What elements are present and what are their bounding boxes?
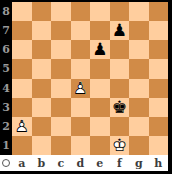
rank-label-2: 2 [0, 117, 12, 136]
file-label-f: f [110, 155, 130, 171]
square-f4[interactable] [110, 79, 130, 98]
chess-diagram: 87654321 ♟♟♟♙♚♟♙♚♔ abcdefgh [0, 0, 172, 174]
square-c2[interactable] [51, 117, 71, 136]
square-a1[interactable] [12, 136, 32, 155]
square-b2[interactable] [32, 117, 52, 136]
square-d8[interactable] [71, 2, 91, 21]
square-g1[interactable] [129, 136, 149, 155]
square-h3[interactable] [149, 98, 169, 117]
square-e5[interactable] [90, 59, 110, 78]
white-pawn-d4: ♙ [71, 79, 91, 98]
rank-labels: 87654321 [0, 2, 12, 155]
square-e8[interactable] [90, 2, 110, 21]
square-a3[interactable] [12, 98, 32, 117]
square-g8[interactable] [129, 2, 149, 21]
square-d4[interactable]: ♟♙ [71, 79, 91, 98]
rank-label-8: 8 [0, 2, 12, 21]
file-label-b: b [32, 155, 52, 171]
square-h4[interactable] [149, 79, 169, 98]
black-pawn-e6: ♟ [90, 40, 110, 59]
square-g4[interactable] [129, 79, 149, 98]
square-c6[interactable] [51, 40, 71, 59]
square-b7[interactable] [32, 21, 52, 40]
square-b5[interactable] [32, 59, 52, 78]
square-c5[interactable] [51, 59, 71, 78]
square-a2[interactable]: ♟♙ [12, 117, 32, 136]
square-a8[interactable] [12, 2, 32, 21]
rank-label-6: 6 [0, 40, 12, 59]
file-label-e: e [90, 155, 110, 171]
square-d5[interactable] [71, 59, 91, 78]
square-d3[interactable] [71, 98, 91, 117]
white-to-move-circle-icon [2, 159, 10, 167]
square-f8[interactable] [110, 2, 130, 21]
square-c7[interactable] [51, 21, 71, 40]
file-label-d: d [71, 155, 91, 171]
square-a6[interactable] [12, 40, 32, 59]
square-f1[interactable]: ♚♔ [110, 136, 130, 155]
square-b6[interactable] [32, 40, 52, 59]
square-e7[interactable] [90, 21, 110, 40]
square-h1[interactable] [149, 136, 169, 155]
square-c4[interactable] [51, 79, 71, 98]
square-h8[interactable] [149, 2, 169, 21]
square-c8[interactable] [51, 2, 71, 21]
file-label-g: g [129, 155, 149, 171]
chess-board: ♟♟♟♙♚♟♙♚♔ [12, 2, 168, 155]
file-label-a: a [12, 155, 32, 171]
rank-label-1: 1 [0, 136, 12, 155]
rank-label-4: 4 [0, 79, 12, 98]
square-d6[interactable] [71, 40, 91, 59]
square-d2[interactable] [71, 117, 91, 136]
square-f2[interactable] [110, 117, 130, 136]
white-pawn-a2: ♙ [12, 117, 32, 136]
square-h6[interactable] [149, 40, 169, 59]
square-b8[interactable] [32, 2, 52, 21]
white-king-fill: ♚ [110, 136, 130, 155]
black-pawn-f7: ♟ [110, 21, 130, 40]
square-f5[interactable] [110, 59, 130, 78]
black-king-f3: ♚ [110, 98, 130, 117]
square-c1[interactable] [51, 136, 71, 155]
square-b1[interactable] [32, 136, 52, 155]
square-g5[interactable] [129, 59, 149, 78]
square-f6[interactable] [110, 40, 130, 59]
square-b4[interactable] [32, 79, 52, 98]
square-c3[interactable] [51, 98, 71, 117]
square-e3[interactable] [90, 98, 110, 117]
file-label-c: c [51, 155, 71, 171]
square-d1[interactable] [71, 136, 91, 155]
square-h7[interactable] [149, 21, 169, 40]
square-g2[interactable] [129, 117, 149, 136]
file-label-h: h [149, 155, 169, 171]
square-h5[interactable] [149, 59, 169, 78]
square-a4[interactable] [12, 79, 32, 98]
white-pawn-fill: ♟ [12, 117, 32, 136]
square-b3[interactable] [32, 98, 52, 117]
square-a7[interactable] [12, 21, 32, 40]
square-g6[interactable] [129, 40, 149, 59]
side-to-move-indicator [0, 155, 12, 171]
square-e1[interactable] [90, 136, 110, 155]
square-a5[interactable] [12, 59, 32, 78]
square-e2[interactable] [90, 117, 110, 136]
file-labels: abcdefgh [12, 155, 168, 171]
rank-label-7: 7 [0, 21, 12, 40]
square-g3[interactable] [129, 98, 149, 117]
square-g7[interactable] [129, 21, 149, 40]
rank-label-3: 3 [0, 98, 12, 117]
white-king-f1: ♔ [110, 136, 130, 155]
square-f3[interactable]: ♚ [110, 98, 130, 117]
square-h2[interactable] [149, 117, 169, 136]
white-pawn-fill: ♟ [71, 79, 91, 98]
square-f7[interactable]: ♟ [110, 21, 130, 40]
rank-label-5: 5 [0, 59, 12, 78]
square-d7[interactable] [71, 21, 91, 40]
square-e4[interactable] [90, 79, 110, 98]
square-e6[interactable]: ♟ [90, 40, 110, 59]
bottom-strip: abcdefgh [0, 155, 168, 171]
